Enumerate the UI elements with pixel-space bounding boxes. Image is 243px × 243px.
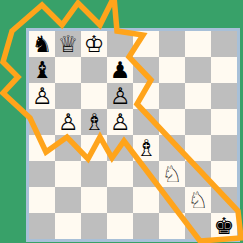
square-b8[interactable]: ♕ bbox=[55, 31, 81, 57]
square-f8[interactable] bbox=[159, 31, 185, 57]
square-a5[interactable] bbox=[29, 109, 55, 135]
square-a2[interactable] bbox=[29, 187, 55, 213]
square-h7[interactable] bbox=[211, 57, 237, 83]
square-a4[interactable] bbox=[29, 135, 55, 161]
square-f2[interactable] bbox=[159, 187, 185, 213]
square-e2[interactable] bbox=[133, 187, 159, 213]
square-d7[interactable]: ♟ bbox=[107, 57, 133, 83]
piece-white-knight[interactable]: ♘ bbox=[185, 187, 211, 213]
square-h1[interactable]: ♚ bbox=[211, 213, 237, 239]
square-h4[interactable] bbox=[211, 135, 237, 161]
square-e7[interactable] bbox=[133, 57, 159, 83]
square-e1[interactable] bbox=[133, 213, 159, 239]
square-c5[interactable]: ♗ bbox=[81, 109, 107, 135]
square-c8[interactable]: ♔ bbox=[81, 31, 107, 57]
square-b3[interactable] bbox=[55, 161, 81, 187]
square-d6[interactable]: ♙ bbox=[107, 83, 133, 109]
square-g8[interactable] bbox=[185, 31, 211, 57]
square-c2[interactable] bbox=[81, 187, 107, 213]
chess-board: ♞♕♔♝♟♙♙♙♗♙♗♘♘♚ bbox=[26, 28, 240, 242]
square-c7[interactable] bbox=[81, 57, 107, 83]
square-a8[interactable]: ♞ bbox=[29, 31, 55, 57]
square-b1[interactable] bbox=[55, 213, 81, 239]
desktop-background: ♞♕♔♝♟♙♙♙♗♙♗♘♘♚ bbox=[0, 0, 243, 243]
square-h2[interactable] bbox=[211, 187, 237, 213]
square-a3[interactable] bbox=[29, 161, 55, 187]
square-b6[interactable] bbox=[55, 83, 81, 109]
square-f4[interactable] bbox=[159, 135, 185, 161]
square-b4[interactable] bbox=[55, 135, 81, 161]
square-c6[interactable] bbox=[81, 83, 107, 109]
piece-black-king[interactable]: ♚ bbox=[211, 213, 237, 239]
square-d1[interactable] bbox=[107, 213, 133, 239]
square-h8[interactable] bbox=[211, 31, 237, 57]
piece-white-pawn[interactable]: ♙ bbox=[55, 109, 81, 135]
square-c4[interactable] bbox=[81, 135, 107, 161]
piece-white-knight[interactable]: ♘ bbox=[159, 161, 185, 187]
piece-black-pawn[interactable]: ♟ bbox=[107, 57, 133, 83]
square-g7[interactable] bbox=[185, 57, 211, 83]
square-e8[interactable] bbox=[133, 31, 159, 57]
piece-white-queen[interactable]: ♕ bbox=[55, 31, 81, 57]
piece-white-pawn[interactable]: ♙ bbox=[29, 83, 55, 109]
square-f1[interactable] bbox=[159, 213, 185, 239]
square-g1[interactable] bbox=[185, 213, 211, 239]
square-f6[interactable] bbox=[159, 83, 185, 109]
square-e6[interactable] bbox=[133, 83, 159, 109]
square-d2[interactable] bbox=[107, 187, 133, 213]
square-b2[interactable] bbox=[55, 187, 81, 213]
piece-white-bishop[interactable]: ♗ bbox=[133, 135, 159, 161]
square-f7[interactable] bbox=[159, 57, 185, 83]
piece-black-bishop[interactable]: ♝ bbox=[29, 57, 55, 83]
square-g5[interactable] bbox=[185, 109, 211, 135]
square-f5[interactable] bbox=[159, 109, 185, 135]
square-e4[interactable]: ♗ bbox=[133, 135, 159, 161]
square-b7[interactable] bbox=[55, 57, 81, 83]
square-d3[interactable] bbox=[107, 161, 133, 187]
square-e5[interactable] bbox=[133, 109, 159, 135]
piece-black-knight[interactable]: ♞ bbox=[29, 31, 55, 57]
square-e3[interactable] bbox=[133, 161, 159, 187]
square-g4[interactable] bbox=[185, 135, 211, 161]
piece-white-bishop[interactable]: ♗ bbox=[81, 109, 107, 135]
square-f3[interactable]: ♘ bbox=[159, 161, 185, 187]
square-d4[interactable] bbox=[107, 135, 133, 161]
square-g3[interactable] bbox=[185, 161, 211, 187]
square-g6[interactable] bbox=[185, 83, 211, 109]
square-h6[interactable] bbox=[211, 83, 237, 109]
piece-white-king[interactable]: ♔ bbox=[81, 31, 107, 57]
square-a7[interactable]: ♝ bbox=[29, 57, 55, 83]
piece-white-pawn[interactable]: ♙ bbox=[107, 83, 133, 109]
square-c1[interactable] bbox=[81, 213, 107, 239]
square-g2[interactable]: ♘ bbox=[185, 187, 211, 213]
square-h3[interactable] bbox=[211, 161, 237, 187]
square-a6[interactable]: ♙ bbox=[29, 83, 55, 109]
square-a1[interactable] bbox=[29, 213, 55, 239]
square-d8[interactable] bbox=[107, 31, 133, 57]
piece-white-pawn[interactable]: ♙ bbox=[107, 109, 133, 135]
square-d5[interactable]: ♙ bbox=[107, 109, 133, 135]
square-c3[interactable] bbox=[81, 161, 107, 187]
square-b5[interactable]: ♙ bbox=[55, 109, 81, 135]
square-h5[interactable] bbox=[211, 109, 237, 135]
